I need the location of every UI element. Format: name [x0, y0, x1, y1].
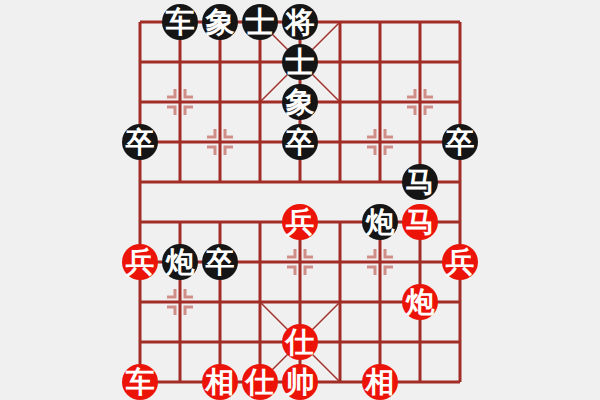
piece-black-horse[interactable]: 马: [402, 164, 438, 200]
piece-black-elephant[interactable]: 象: [282, 84, 318, 120]
piece-red-soldier[interactable]: 兵: [442, 244, 478, 280]
piece-black-soldier[interactable]: 卒: [282, 124, 318, 160]
piece-black-elephant[interactable]: 象: [202, 4, 238, 40]
piece-red-chariot[interactable]: 车: [122, 364, 158, 400]
piece-red-cannon[interactable]: 炮: [402, 284, 438, 320]
piece-red-elephant[interactable]: 相: [362, 364, 398, 400]
piece-red-soldier[interactable]: 兵: [282, 204, 318, 240]
piece-black-cannon[interactable]: 炮: [162, 244, 198, 280]
piece-black-advisor[interactable]: 士: [282, 44, 318, 80]
piece-black-cannon[interactable]: 炮: [362, 204, 398, 240]
piece-black-chariot[interactable]: 车: [162, 4, 198, 40]
piece-red-advisor[interactable]: 仕: [282, 324, 318, 360]
piece-red-advisor[interactable]: 仕: [242, 364, 278, 400]
piece-black-soldier[interactable]: 卒: [202, 244, 238, 280]
piece-red-general[interactable]: 帅: [282, 364, 318, 400]
piece-red-soldier[interactable]: 兵: [122, 244, 158, 280]
piece-red-horse[interactable]: 马: [402, 204, 438, 240]
piece-black-soldier[interactable]: 卒: [442, 124, 478, 160]
xiangqi-board: 车象士将士象卒卒卒马炮炮卒兵马兵兵炮仕车相仕帅相: [0, 0, 600, 400]
piece-black-advisor[interactable]: 士: [242, 4, 278, 40]
piece-black-general[interactable]: 将: [282, 4, 318, 40]
pieces-grid: 车象士将士象卒卒卒马炮炮卒兵马兵兵炮仕车相仕帅相: [120, 2, 480, 400]
piece-black-soldier[interactable]: 卒: [122, 124, 158, 160]
piece-red-elephant[interactable]: 相: [202, 364, 238, 400]
